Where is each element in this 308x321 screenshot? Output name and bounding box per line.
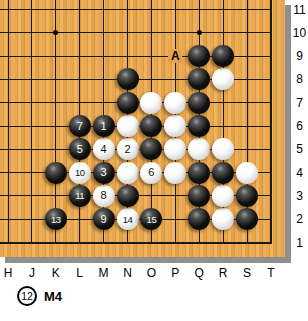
stone-black-M4[interactable]: 3 (93, 162, 115, 184)
stone-white-N4[interactable] (117, 162, 139, 184)
grid-line-col-H (8, 0, 9, 244)
row-label-5: 5 (291, 142, 308, 156)
stone-white-O4[interactable]: 6 (140, 162, 162, 184)
move-caption: 12 M4 (17, 285, 62, 307)
stone-white-P6[interactable] (164, 115, 186, 137)
stone-white-P5[interactable] (164, 138, 186, 160)
stone-white-Q5[interactable] (188, 138, 210, 160)
stone-white-M5[interactable]: 4 (93, 138, 115, 160)
stone-black-R4[interactable] (212, 162, 234, 184)
row-label-3: 3 (291, 189, 308, 203)
stone-white-N2[interactable]: 14 (117, 208, 139, 230)
grid-line-row-10 (0, 32, 272, 33)
move-number-label: 13 (51, 214, 61, 225)
move-number-label: 14 (123, 214, 133, 225)
stone-white-L4[interactable]: 10 (69, 162, 91, 184)
move-number-label: 8 (101, 190, 107, 201)
stone-white-S4[interactable] (236, 162, 258, 184)
stone-black-N7[interactable] (117, 92, 139, 114)
col-label-Q: Q (191, 266, 207, 280)
stone-black-M2[interactable]: 9 (93, 208, 115, 230)
stone-black-S3[interactable] (236, 185, 258, 207)
col-label-L: L (72, 266, 88, 280)
stone-black-O2[interactable]: 15 (140, 208, 162, 230)
go-kifu-diagram: 1391415118103654271A HJKLMNOPQRST 111098… (0, 0, 308, 321)
stone-black-O5[interactable] (140, 138, 162, 160)
stone-white-M3[interactable]: 8 (93, 185, 115, 207)
row-label-11: 11 (291, 3, 308, 17)
row-label-7: 7 (291, 96, 308, 110)
row-label-2: 2 (291, 212, 308, 226)
stone-black-L3[interactable]: 11 (69, 185, 91, 207)
stone-black-O6[interactable] (140, 115, 162, 137)
stone-black-K2[interactable]: 13 (45, 208, 67, 230)
move-number-label: 11 (75, 190, 84, 201)
stone-black-Q7[interactable] (188, 92, 210, 114)
stone-black-R9[interactable] (212, 45, 234, 67)
col-label-P: P (167, 266, 183, 280)
grid-line-row-1 (0, 242, 272, 244)
move-number-label: 9 (101, 214, 107, 225)
row-label-8: 8 (291, 72, 308, 86)
col-label-K: K (48, 266, 64, 280)
stone-black-Q6[interactable] (188, 115, 210, 137)
stone-black-Q8[interactable] (188, 68, 210, 90)
col-label-T: T (263, 266, 279, 280)
row-label-1: 1 (291, 236, 308, 250)
grid-line-row-11 (0, 9, 272, 10)
move-number-label: 6 (148, 167, 154, 178)
stone-white-R3[interactable] (212, 185, 234, 207)
stone-white-P4[interactable] (164, 162, 186, 184)
stone-black-N8[interactable] (117, 68, 139, 90)
star-point-Q10 (197, 30, 202, 35)
stone-black-K4[interactable] (45, 162, 67, 184)
point-label-A-P9: A (168, 49, 182, 63)
go-board[interactable]: 1391415118103654271A (0, 0, 285, 257)
move-number-label: 4 (101, 144, 107, 155)
grid-line-col-J (31, 0, 32, 244)
col-label-J: J (24, 266, 40, 280)
row-label-9: 9 (291, 49, 308, 63)
move-number-label: 7 (77, 121, 83, 132)
col-label-R: R (215, 266, 231, 280)
stone-black-L5[interactable]: 5 (69, 138, 91, 160)
stone-black-Q4[interactable] (188, 162, 210, 184)
col-label-N: N (120, 266, 136, 280)
stone-white-R2[interactable] (212, 208, 234, 230)
move-number-label: 1 (101, 121, 107, 132)
stone-black-Q9[interactable] (188, 45, 210, 67)
row-label-4: 4 (291, 166, 308, 180)
move-number-label: 10 (75, 167, 85, 178)
stone-white-N6[interactable] (117, 115, 139, 137)
stone-black-Q2[interactable] (188, 208, 210, 230)
stone-white-R8[interactable] (212, 68, 234, 90)
star-point-K10 (53, 30, 58, 35)
move-number-label: 5 (77, 144, 83, 155)
move-number-label: 2 (124, 144, 130, 155)
stone-white-O7[interactable] (140, 92, 162, 114)
stone-black-S2[interactable] (236, 208, 258, 230)
row-label-6: 6 (291, 119, 308, 133)
row-label-10: 10 (291, 26, 308, 40)
stone-white-R5[interactable] (212, 138, 234, 160)
stone-white-P7[interactable] (164, 92, 186, 114)
move-number-label: 3 (101, 167, 107, 178)
stone-black-N3[interactable] (117, 185, 139, 207)
board-shadow-bottom (5, 257, 291, 263)
col-label-M: M (96, 266, 112, 280)
move-12-white-stone-marker: 12 (17, 286, 37, 306)
move-12-coordinate: M4 (44, 289, 62, 304)
stone-black-Q3[interactable] (188, 185, 210, 207)
move-number-label: 15 (147, 214, 157, 225)
stone-white-N5[interactable]: 2 (117, 138, 139, 160)
stone-black-M6[interactable]: 1 (93, 115, 115, 137)
col-label-H: H (0, 266, 16, 280)
stone-black-L6[interactable]: 7 (69, 115, 91, 137)
col-label-S: S (239, 266, 255, 280)
col-label-O: O (143, 266, 159, 280)
grid-line-col-T (270, 0, 272, 244)
